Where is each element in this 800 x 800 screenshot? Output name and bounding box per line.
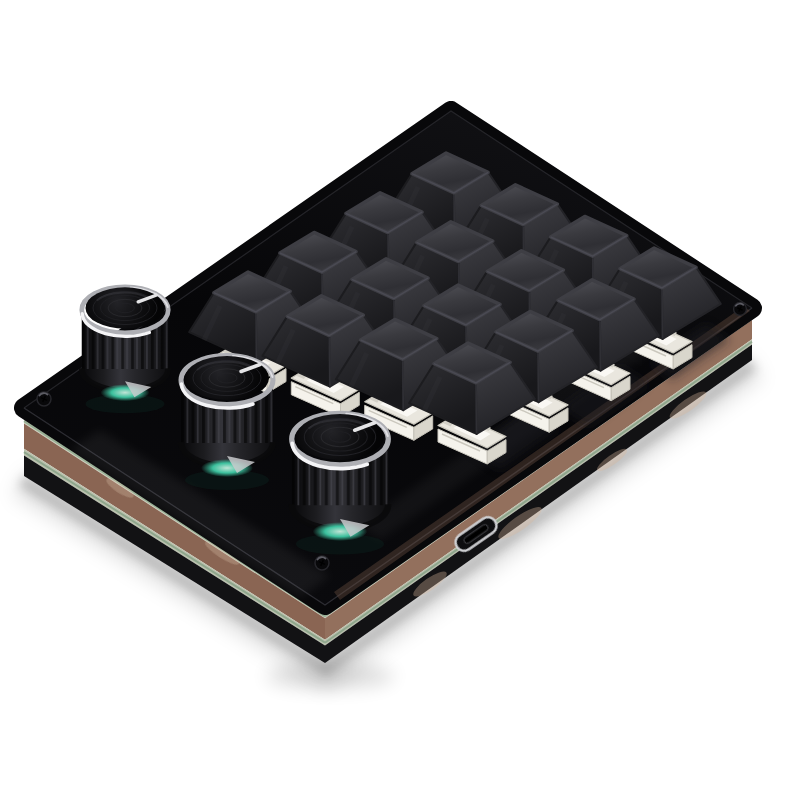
product-photo: 16-key macro keypad with 3 rotary knobs — [0, 0, 800, 800]
screw-right-corner — [734, 303, 747, 316]
macropad-photo-svg: 16-key macro keypad with 3 rotary knobs — [0, 0, 800, 800]
screw-front-corner — [315, 556, 329, 570]
screw-left-corner — [37, 392, 51, 406]
